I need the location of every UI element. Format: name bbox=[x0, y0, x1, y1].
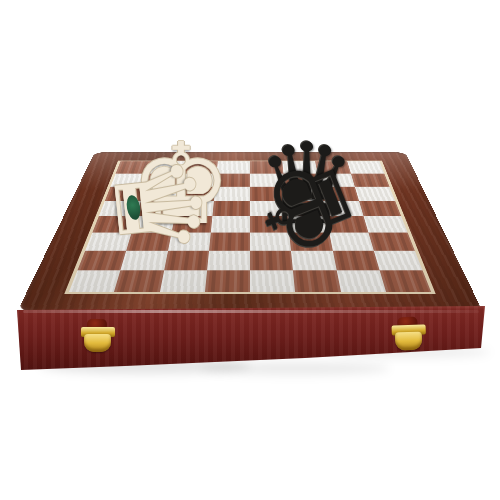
white-queen-fallen: ♛ bbox=[94, 149, 220, 265]
square-d2 bbox=[207, 251, 250, 271]
clasp-hasp-icon bbox=[395, 332, 423, 351]
ground-shadow bbox=[200, 362, 390, 375]
square-h1 bbox=[379, 270, 431, 292]
brass-clasp-left bbox=[80, 324, 116, 356]
clasp-hasp-icon bbox=[84, 334, 111, 352]
brass-clasp-right bbox=[390, 321, 427, 354]
square-c1 bbox=[159, 270, 206, 292]
square-b1 bbox=[114, 270, 164, 292]
square-d1 bbox=[205, 270, 250, 292]
square-g1 bbox=[336, 270, 386, 292]
square-a1 bbox=[69, 270, 121, 292]
square-g2 bbox=[332, 251, 379, 271]
square-f1 bbox=[293, 270, 340, 292]
square-h3 bbox=[368, 233, 415, 251]
square-h2 bbox=[374, 251, 423, 271]
chess-box-photo: ♚ ♛ ♛ ♚ bbox=[0, 0, 500, 500]
